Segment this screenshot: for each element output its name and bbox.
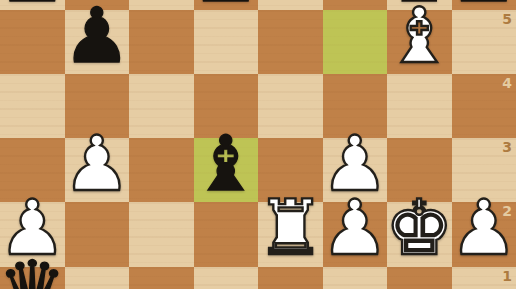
- square-b5[interactable]: ♟: [65, 10, 130, 74]
- square-h4[interactable]: 4: [452, 74, 516, 138]
- chess-board: ♟♟♚♟♟♝54♟♝♟3♟♜♟♚2♟♛1: [0, 0, 516, 289]
- square-a4[interactable]: [0, 74, 65, 138]
- square-h2[interactable]: 2♟: [452, 202, 516, 266]
- square-a1[interactable]: ♛: [0, 267, 65, 289]
- rank-label-3: 3: [502, 140, 512, 154]
- square-c5[interactable]: [129, 10, 194, 74]
- square-c6[interactable]: [129, 0, 194, 10]
- rank-label-2: 2: [502, 204, 512, 218]
- square-d2[interactable]: [194, 202, 259, 266]
- square-b2[interactable]: [65, 202, 130, 266]
- square-d3[interactable]: ♝: [194, 138, 259, 202]
- black-pawn-d6[interactable]: ♟: [194, 0, 259, 8]
- square-e2[interactable]: ♜: [258, 202, 323, 266]
- white-king-g2[interactable]: ♚: [387, 196, 452, 260]
- square-c1[interactable]: [129, 267, 194, 289]
- black-pawn-a6[interactable]: ♟: [0, 0, 65, 8]
- square-f6[interactable]: [323, 0, 388, 10]
- square-c2[interactable]: [129, 202, 194, 266]
- square-g4[interactable]: [387, 74, 452, 138]
- square-f2[interactable]: ♟: [323, 202, 388, 266]
- square-c4[interactable]: [129, 74, 194, 138]
- square-g2[interactable]: ♚: [387, 202, 452, 266]
- square-g5[interactable]: ♝: [387, 10, 452, 74]
- white-rook-e2[interactable]: ♜: [258, 196, 323, 260]
- white-pawn-f2[interactable]: ♟: [323, 196, 388, 260]
- square-d1[interactable]: [194, 267, 259, 289]
- rank-label-1: 1: [502, 269, 512, 283]
- square-e4[interactable]: [258, 74, 323, 138]
- white-pawn-b3[interactable]: ♟: [65, 132, 130, 196]
- black-queen-a1[interactable]: ♛: [0, 257, 65, 289]
- square-c3[interactable]: [129, 138, 194, 202]
- square-d6[interactable]: ♟: [194, 0, 259, 10]
- square-f5[interactable]: [323, 10, 388, 74]
- square-b3[interactable]: ♟: [65, 138, 130, 202]
- rank-label-4: 4: [502, 76, 512, 90]
- white-bishop-g5[interactable]: ♝: [387, 4, 452, 68]
- square-h6[interactable]: ♟: [452, 0, 516, 10]
- square-a6[interactable]: ♟: [0, 0, 65, 10]
- square-e6[interactable]: [258, 0, 323, 10]
- rank-label-5: 5: [502, 12, 512, 26]
- chess-board-viewport: ♟♟♚♟♟♝54♟♝♟3♟♜♟♚2♟♛1: [0, 0, 516, 289]
- square-e5[interactable]: [258, 10, 323, 74]
- black-bishop-d3[interactable]: ♝: [194, 132, 259, 196]
- black-pawn-h6[interactable]: ♟: [452, 0, 516, 8]
- black-pawn-b5[interactable]: ♟: [65, 4, 130, 68]
- square-b1[interactable]: [65, 267, 130, 289]
